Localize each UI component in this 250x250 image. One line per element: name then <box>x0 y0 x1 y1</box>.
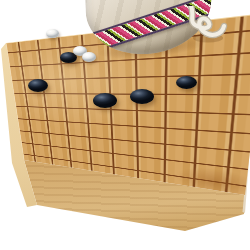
black-stone <box>93 93 117 108</box>
black-stone <box>28 79 48 92</box>
white-stone <box>82 52 96 62</box>
drawstring-cord <box>186 6 232 48</box>
white-stone <box>46 29 59 38</box>
black-stone <box>130 89 154 104</box>
go-board-product-photo <box>0 0 250 250</box>
black-stone <box>176 76 197 89</box>
